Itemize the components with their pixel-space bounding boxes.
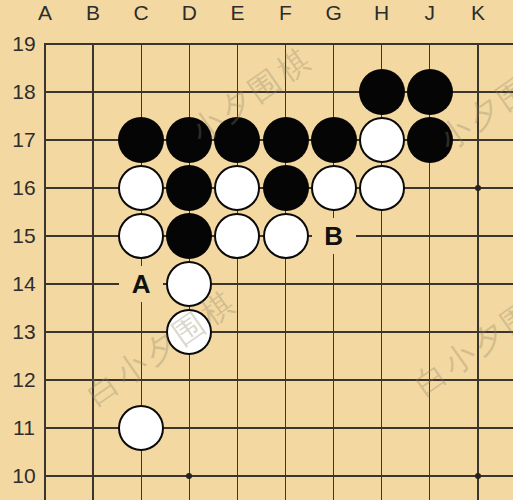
row-label-12: 12 — [4, 368, 44, 392]
go-board[interactable]: ABCDEFGHJK19181716151413121110 AB 小夕围棋小夕… — [0, 0, 513, 500]
grid-vline-E — [237, 43, 238, 500]
black-stone-J18[interactable] — [407, 69, 453, 115]
grid-hline-14 — [44, 283, 513, 284]
white-stone-G16[interactable] — [311, 165, 357, 211]
column-label-K: K — [458, 1, 498, 25]
grid-vline-F — [285, 43, 286, 500]
row-label-11: 11 — [4, 416, 44, 440]
white-stone-H16[interactable] — [359, 165, 405, 211]
black-stone-C17[interactable] — [118, 117, 164, 163]
white-stone-D14[interactable] — [166, 261, 212, 307]
grid-vline-K — [477, 43, 478, 500]
marker-B-G15[interactable]: B — [312, 218, 356, 254]
grid-hline-11 — [44, 427, 513, 428]
grid-hline-19 — [44, 43, 513, 45]
column-label-D: D — [169, 1, 209, 25]
column-label-J: J — [410, 1, 450, 25]
black-stone-F17[interactable] — [263, 117, 309, 163]
column-label-E: E — [217, 1, 257, 25]
column-label-C: C — [121, 1, 161, 25]
white-stone-H17[interactable] — [359, 117, 405, 163]
row-label-19: 19 — [4, 32, 44, 56]
white-stone-C16[interactable] — [118, 165, 164, 211]
row-label-17: 17 — [4, 128, 44, 152]
row-label-14: 14 — [4, 272, 44, 296]
black-stone-D15[interactable] — [166, 213, 212, 259]
row-label-15: 15 — [4, 224, 44, 248]
grid-hline-10 — [44, 475, 513, 476]
star-point-K10 — [475, 473, 481, 479]
white-stone-F15[interactable] — [263, 213, 309, 259]
grid-vline-A — [44, 43, 46, 500]
grid-vline-B — [92, 43, 93, 500]
star-point-D10 — [186, 473, 192, 479]
white-stone-D13[interactable] — [166, 309, 212, 355]
row-label-18: 18 — [4, 80, 44, 104]
black-stone-H18[interactable] — [359, 69, 405, 115]
column-label-B: B — [73, 1, 113, 25]
black-stone-F16[interactable] — [263, 165, 309, 211]
star-point-K16 — [475, 185, 481, 191]
row-label-16: 16 — [4, 176, 44, 200]
white-stone-C15[interactable] — [118, 213, 164, 259]
column-label-G: G — [314, 1, 354, 25]
white-stone-E16[interactable] — [214, 165, 260, 211]
black-stone-D17[interactable] — [166, 117, 212, 163]
column-label-H: H — [362, 1, 402, 25]
black-stone-E17[interactable] — [214, 117, 260, 163]
watermark-text-3: 白小夕围棋 — [406, 271, 513, 406]
row-label-13: 13 — [4, 320, 44, 344]
white-stone-C11[interactable] — [118, 405, 164, 451]
column-label-F: F — [266, 1, 306, 25]
black-stone-G17[interactable] — [311, 117, 357, 163]
row-label-10: 10 — [4, 464, 44, 488]
white-stone-E15[interactable] — [214, 213, 260, 259]
black-stone-J17[interactable] — [407, 117, 453, 163]
column-label-A: A — [25, 1, 65, 25]
grid-vline-G — [333, 43, 334, 500]
grid-hline-13 — [44, 331, 513, 332]
marker-A-C14[interactable]: A — [119, 266, 163, 302]
grid-hline-12 — [44, 379, 513, 380]
black-stone-D16[interactable] — [166, 165, 212, 211]
